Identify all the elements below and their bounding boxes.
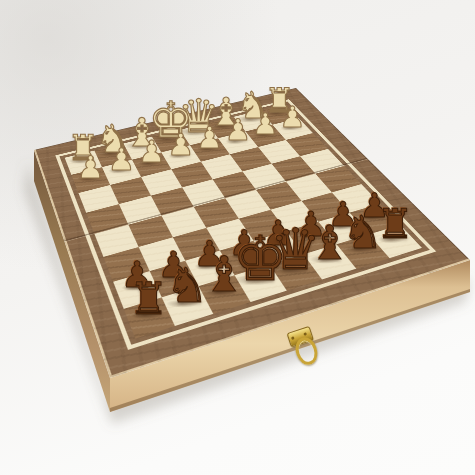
piece-white-pawn-a2: ♟ — [279, 103, 305, 132]
piece-black-bishop-f8: ♝ — [202, 250, 246, 299]
piece-white-pawn-d2: ♟ — [196, 123, 223, 153]
piece-white-pawn-e2: ♟ — [167, 130, 194, 160]
piece-white-pawn-g2: ♟ — [108, 145, 135, 176]
chess-set-photo: ♜♞♝♛♚♝♞♜♟♟♟♟♟♟♟♟♟♟♟♟♟♟♟♟♜♞♝♛♚♝♞♜ — [0, 0, 475, 475]
pieces-layer: ♜♞♝♛♚♝♞♜♟♟♟♟♟♟♟♟♟♟♟♟♟♟♟♟♜♞♝♛♚♝♞♜ — [0, 0, 475, 475]
piece-white-pawn-f2: ♟ — [138, 137, 165, 167]
piece-white-pawn-h2: ♟ — [77, 152, 105, 183]
piece-white-pawn-b2: ♟ — [252, 109, 278, 138]
piece-white-pawn-c2: ♟ — [225, 116, 251, 145]
piece-black-knight-g8: ♞ — [166, 262, 209, 310]
piece-black-rook-h8: ♜ — [129, 278, 169, 322]
